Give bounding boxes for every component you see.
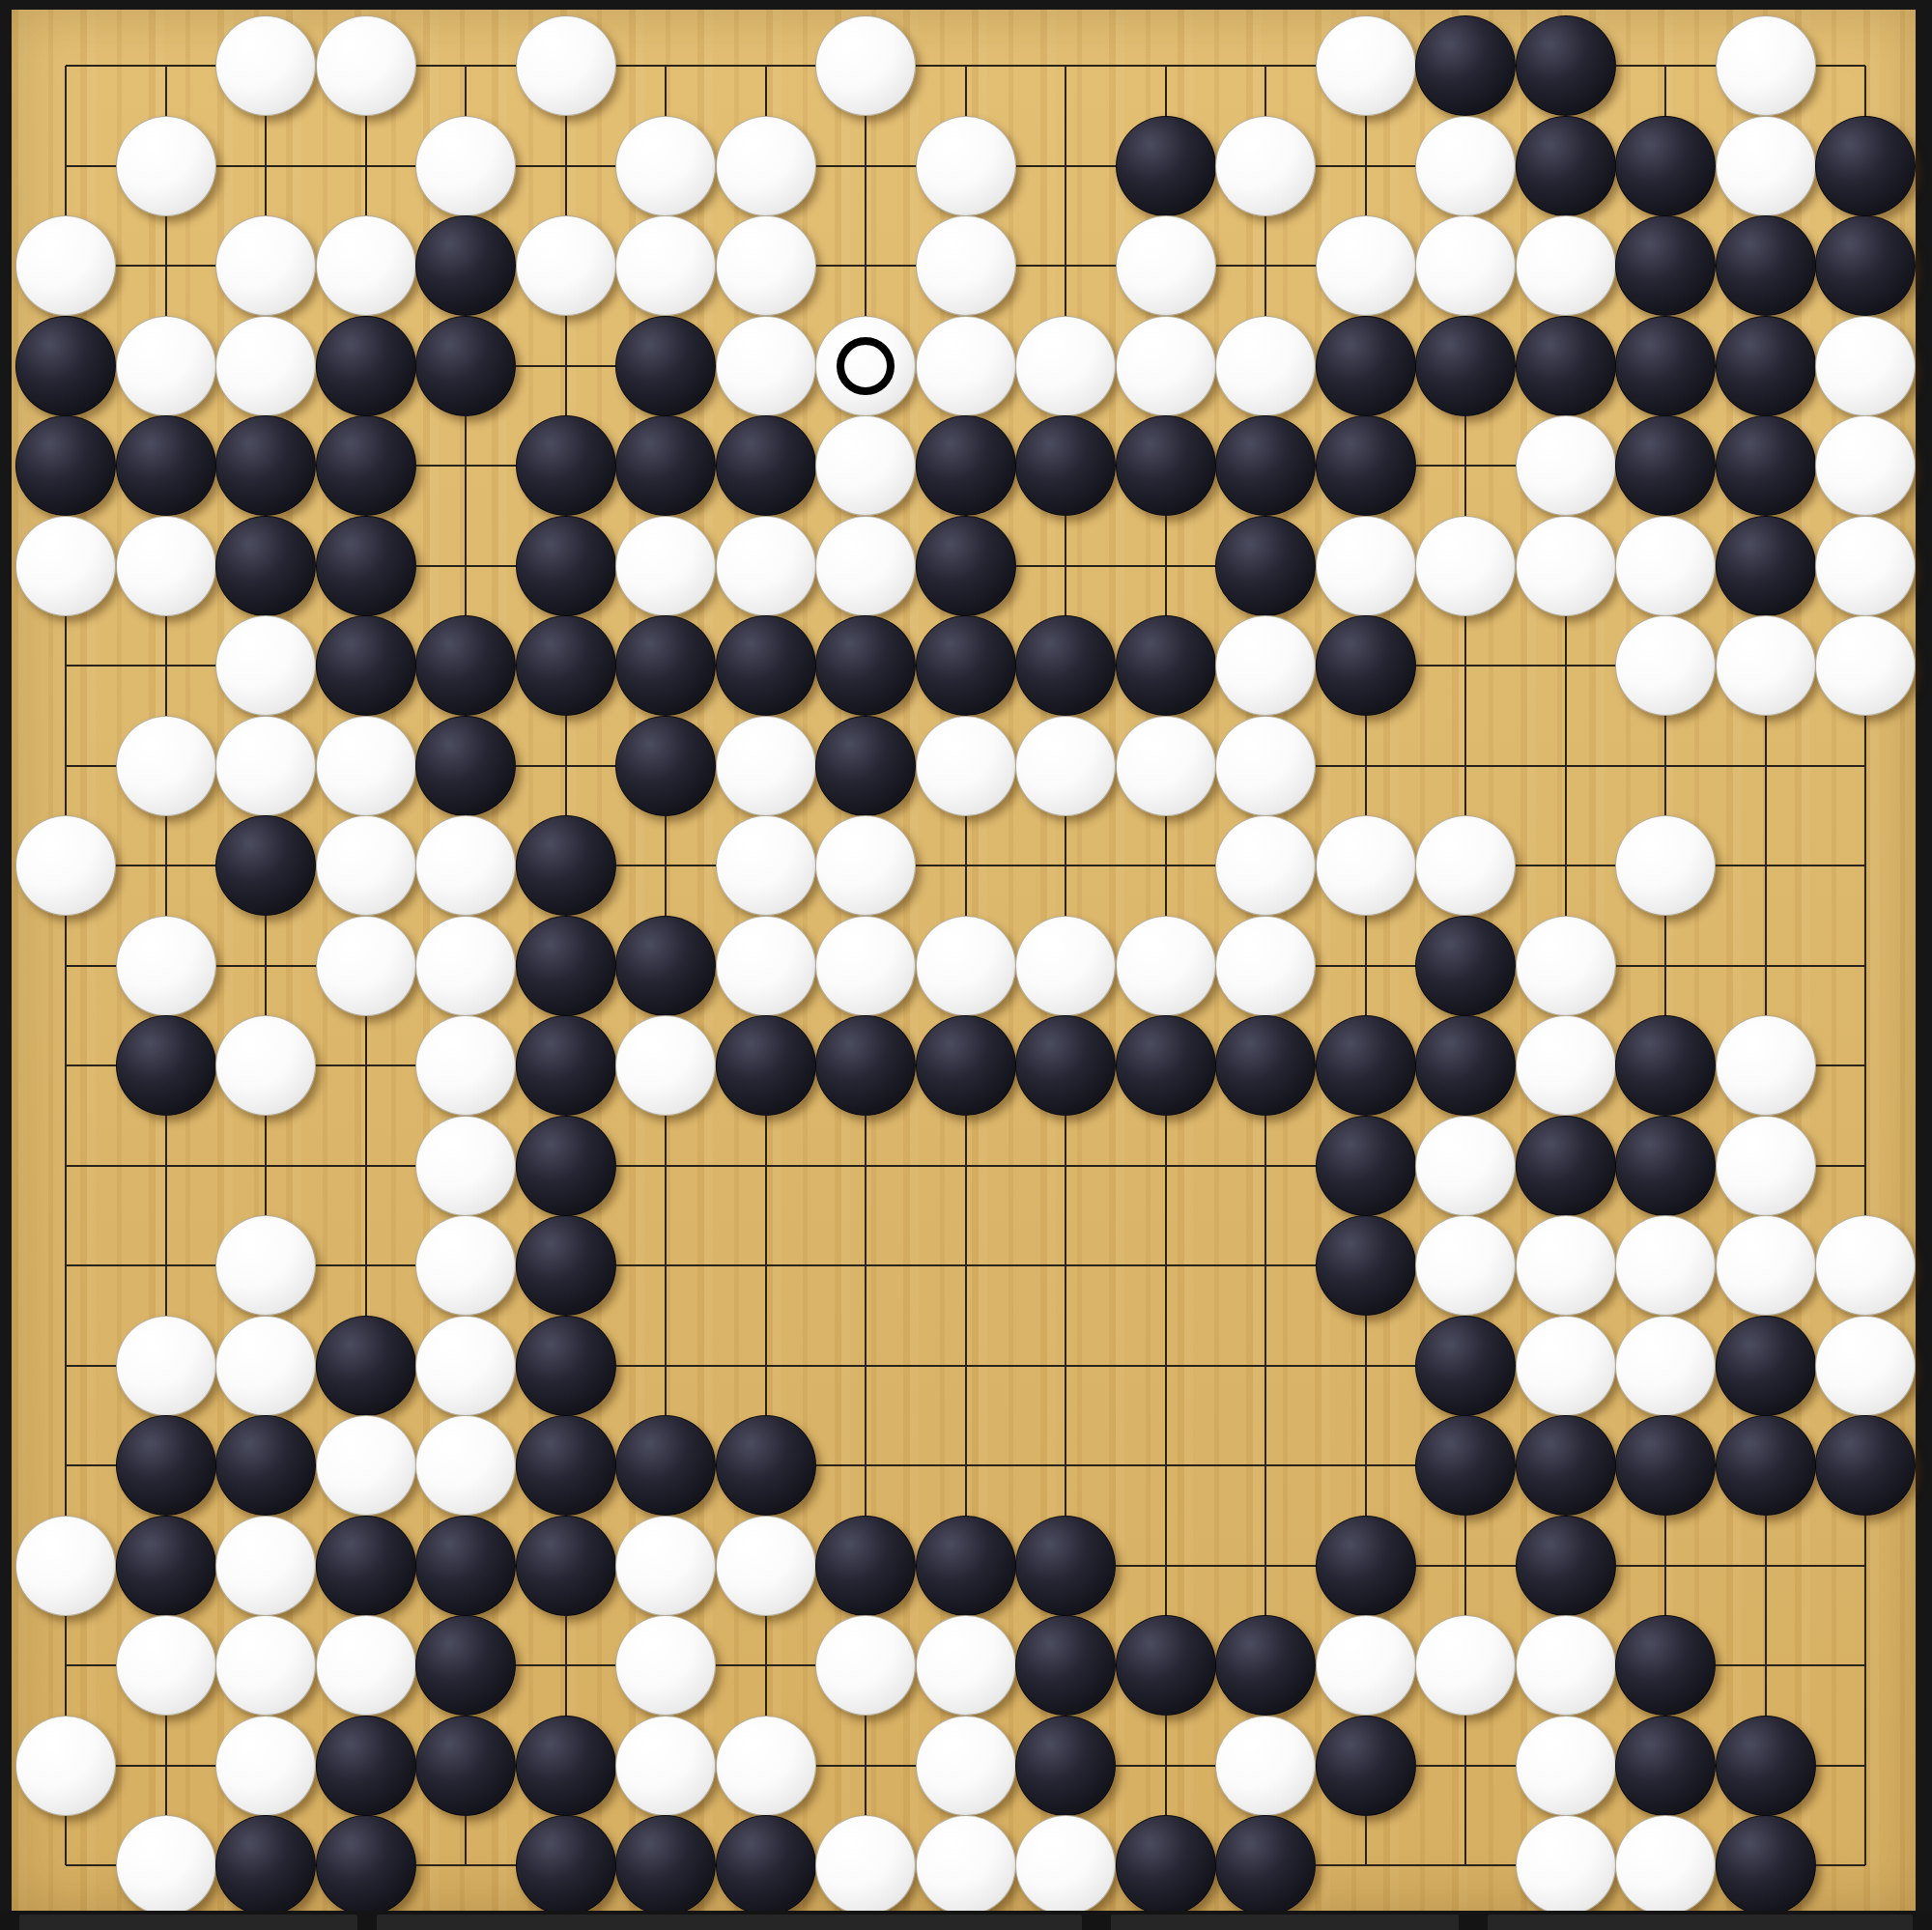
white-stone	[716, 116, 816, 216]
toolbar-segment	[19, 1915, 357, 1930]
white-stone	[716, 215, 816, 316]
black-stone	[516, 1815, 616, 1916]
black-stone	[516, 516, 616, 616]
black-stone	[1415, 916, 1516, 1016]
white-stone	[815, 1615, 916, 1716]
black-stone	[516, 1015, 616, 1116]
white-stone	[615, 1516, 716, 1616]
white-stone	[1716, 15, 1816, 116]
white-stone	[316, 916, 416, 1016]
white-stone	[415, 815, 516, 916]
white-stone	[116, 1316, 216, 1416]
black-stone	[1815, 1415, 1916, 1516]
white-stone	[1116, 916, 1216, 1016]
black-stone	[1615, 215, 1716, 316]
white-stone	[1516, 1615, 1616, 1716]
black-stone	[615, 615, 716, 716]
black-stone	[516, 1716, 616, 1816]
black-stone	[1615, 1716, 1716, 1816]
black-stone	[116, 1415, 216, 1516]
black-stone	[716, 1015, 816, 1116]
white-stone	[1215, 916, 1316, 1016]
black-stone	[316, 516, 416, 616]
white-stone	[815, 1815, 916, 1916]
white-stone	[1716, 1215, 1816, 1316]
black-stone	[1015, 1716, 1116, 1816]
black-stone	[1615, 1415, 1716, 1516]
white-stone	[1215, 815, 1316, 916]
white-stone	[215, 716, 316, 816]
white-stone	[916, 116, 1016, 216]
white-stone	[1215, 716, 1316, 816]
white-stone	[1815, 316, 1916, 416]
white-stone	[1116, 716, 1216, 816]
white-stone	[316, 716, 416, 816]
black-stone	[316, 1516, 416, 1616]
black-stone	[716, 1415, 816, 1516]
black-stone	[1415, 1015, 1516, 1116]
black-stone	[1116, 1815, 1216, 1916]
white-stone	[815, 316, 916, 416]
black-stone	[516, 615, 616, 716]
white-stone	[1215, 615, 1316, 716]
white-stone	[1615, 516, 1716, 616]
black-stone	[1116, 615, 1216, 716]
white-stone	[1815, 1316, 1916, 1416]
white-stone	[1615, 1815, 1716, 1916]
black-stone	[116, 1516, 216, 1616]
black-stone	[15, 415, 116, 516]
black-stone	[1215, 1015, 1316, 1116]
white-stone	[116, 316, 216, 416]
white-stone	[1316, 215, 1416, 316]
white-stone	[215, 215, 316, 316]
white-stone	[1615, 1316, 1716, 1416]
white-stone	[516, 15, 616, 116]
black-stone	[615, 1415, 716, 1516]
black-stone	[1516, 1415, 1616, 1516]
black-stone	[1015, 1015, 1116, 1116]
white-stone	[1516, 1716, 1616, 1816]
white-stone	[815, 916, 916, 1016]
black-stone	[1415, 316, 1516, 416]
black-stone	[1516, 15, 1616, 116]
white-stone	[615, 215, 716, 316]
black-stone	[815, 1015, 916, 1116]
black-stone	[916, 415, 1016, 516]
white-stone	[815, 15, 916, 116]
black-stone	[1615, 1116, 1716, 1216]
black-stone	[615, 415, 716, 516]
black-stone	[415, 1716, 516, 1816]
white-stone	[1415, 116, 1516, 216]
white-stone	[215, 615, 316, 716]
black-stone	[1316, 316, 1416, 416]
white-stone	[1316, 815, 1416, 916]
white-stone	[215, 1316, 316, 1416]
white-stone	[415, 916, 516, 1016]
white-stone	[916, 1815, 1016, 1916]
black-stone	[516, 1516, 616, 1616]
black-stone	[916, 615, 1016, 716]
white-stone	[1516, 215, 1616, 316]
white-stone	[1516, 1316, 1616, 1416]
white-stone	[116, 716, 216, 816]
white-stone	[1015, 1815, 1116, 1916]
white-stone	[316, 15, 416, 116]
black-stone	[716, 415, 816, 516]
white-stone	[1015, 716, 1116, 816]
goban[interactable]	[12, 10, 1916, 1911]
black-stone	[815, 615, 916, 716]
black-stone	[316, 1316, 416, 1416]
white-stone	[615, 1615, 716, 1716]
black-stone	[916, 516, 1016, 616]
black-stone	[1716, 1415, 1816, 1516]
white-stone	[1615, 615, 1716, 716]
white-stone	[116, 916, 216, 1016]
white-stone	[916, 916, 1016, 1016]
white-stone	[1516, 916, 1616, 1016]
black-stone	[1316, 1015, 1416, 1116]
black-stone	[1516, 1516, 1616, 1616]
white-stone	[1015, 316, 1116, 416]
white-stone	[1815, 615, 1916, 716]
white-stone	[1415, 1215, 1516, 1316]
black-stone	[615, 916, 716, 1016]
black-stone	[1215, 1615, 1316, 1716]
black-stone	[415, 716, 516, 816]
black-stone	[1316, 1116, 1416, 1216]
go-board-app	[0, 0, 1932, 1930]
white-stone	[1215, 316, 1316, 416]
white-stone	[415, 1316, 516, 1416]
white-stone	[1316, 516, 1416, 616]
black-stone	[516, 415, 616, 516]
white-stone	[1615, 815, 1716, 916]
black-stone	[615, 1815, 716, 1916]
white-stone	[1316, 15, 1416, 116]
white-stone	[916, 1716, 1016, 1816]
white-stone	[815, 415, 916, 516]
black-stone	[516, 916, 616, 1016]
black-stone	[1415, 1415, 1516, 1516]
white-stone	[1415, 1615, 1516, 1716]
white-stone	[716, 316, 816, 416]
white-stone	[215, 1716, 316, 1816]
black-stone	[316, 1716, 416, 1816]
white-stone	[1415, 1116, 1516, 1216]
white-stone	[716, 1716, 816, 1816]
black-stone	[1215, 1815, 1316, 1916]
black-stone	[215, 516, 316, 616]
white-stone	[1116, 215, 1216, 316]
white-stone	[916, 316, 1016, 416]
toolbar-segment	[377, 1915, 1082, 1930]
white-stone	[1516, 415, 1616, 516]
black-stone	[1615, 1015, 1716, 1116]
black-stone	[1215, 415, 1316, 516]
black-stone	[1116, 415, 1216, 516]
black-stone	[1716, 1716, 1816, 1816]
black-stone	[316, 415, 416, 516]
black-stone	[716, 615, 816, 716]
white-stone	[516, 215, 616, 316]
black-stone	[1615, 316, 1716, 416]
white-stone	[215, 15, 316, 116]
toolbar-segment	[1488, 1915, 1913, 1930]
white-stone	[1516, 1815, 1616, 1916]
white-stone	[1415, 215, 1516, 316]
white-stone	[215, 1516, 316, 1616]
black-stone	[415, 615, 516, 716]
white-stone	[1716, 1015, 1816, 1116]
white-stone	[15, 516, 116, 616]
white-stone	[615, 1015, 716, 1116]
white-stone	[916, 215, 1016, 316]
black-stone	[1015, 1516, 1116, 1616]
white-stone	[716, 516, 816, 616]
white-stone	[316, 215, 416, 316]
black-stone	[1015, 415, 1116, 516]
white-stone	[716, 916, 816, 1016]
last-move-marker	[837, 337, 895, 395]
white-stone	[716, 716, 816, 816]
black-stone	[1215, 516, 1316, 616]
white-stone	[116, 116, 216, 216]
white-stone	[415, 1015, 516, 1116]
white-stone	[1516, 1015, 1616, 1116]
white-stone	[1415, 815, 1516, 916]
white-stone	[215, 1015, 316, 1116]
white-stone	[1516, 1215, 1616, 1316]
black-stone	[516, 1116, 616, 1216]
white-stone	[116, 1815, 216, 1916]
black-stone	[415, 1615, 516, 1716]
white-stone	[1516, 516, 1616, 616]
black-stone	[516, 1415, 616, 1516]
white-stone	[415, 116, 516, 216]
black-stone	[1516, 116, 1616, 216]
black-stone	[1015, 1615, 1116, 1716]
black-stone	[815, 716, 916, 816]
black-stone	[615, 716, 716, 816]
white-stone	[916, 1615, 1016, 1716]
black-stone	[1316, 1215, 1416, 1316]
white-stone	[1815, 1215, 1916, 1316]
black-stone	[1415, 1316, 1516, 1416]
black-stone	[316, 316, 416, 416]
white-stone	[15, 815, 116, 916]
black-stone	[415, 215, 516, 316]
white-stone	[1615, 1215, 1716, 1316]
black-stone	[215, 1815, 316, 1916]
black-stone	[716, 1815, 816, 1916]
white-stone	[1015, 916, 1116, 1016]
black-stone	[516, 815, 616, 916]
black-stone	[516, 1316, 616, 1416]
black-stone	[1615, 116, 1716, 216]
white-stone	[615, 116, 716, 216]
black-stone	[1716, 516, 1816, 616]
black-stone	[1116, 1615, 1216, 1716]
white-stone	[116, 516, 216, 616]
black-stone	[1316, 615, 1416, 716]
toolbar-segment	[1111, 1915, 1459, 1930]
bottom-toolbar	[0, 1911, 1932, 1930]
white-stone	[15, 1516, 116, 1616]
white-stone	[615, 516, 716, 616]
white-stone	[1415, 516, 1516, 616]
black-stone	[215, 1415, 316, 1516]
white-stone	[415, 1415, 516, 1516]
white-stone	[316, 1415, 416, 1516]
white-stone	[316, 1615, 416, 1716]
black-stone	[1716, 316, 1816, 416]
black-stone	[316, 615, 416, 716]
black-stone	[1116, 116, 1216, 216]
white-stone	[415, 1116, 516, 1216]
black-stone	[615, 316, 716, 416]
white-stone	[215, 316, 316, 416]
white-stone	[1716, 1116, 1816, 1216]
black-stone	[815, 1516, 916, 1616]
white-stone	[716, 815, 816, 916]
white-stone	[1215, 1716, 1316, 1816]
white-stone	[1215, 116, 1316, 216]
white-stone	[1116, 316, 1216, 416]
black-stone	[1716, 1815, 1816, 1916]
black-stone	[1815, 116, 1916, 216]
black-stone	[15, 316, 116, 416]
black-stone	[415, 316, 516, 416]
white-stone	[415, 1215, 516, 1316]
white-stone	[815, 815, 916, 916]
black-stone	[1615, 415, 1716, 516]
black-stone	[215, 815, 316, 916]
black-stone	[1316, 1516, 1416, 1616]
black-stone	[1716, 215, 1816, 316]
black-stone	[1615, 1615, 1716, 1716]
white-stone	[316, 815, 416, 916]
black-stone	[1516, 1116, 1616, 1216]
black-stone	[116, 1015, 216, 1116]
white-stone	[15, 1716, 116, 1816]
white-stone	[116, 1615, 216, 1716]
black-stone	[415, 1516, 516, 1616]
white-stone	[15, 215, 116, 316]
white-stone	[215, 1215, 316, 1316]
black-stone	[916, 1015, 1016, 1116]
white-stone	[815, 516, 916, 616]
white-stone	[215, 1615, 316, 1716]
black-stone	[1116, 1015, 1216, 1116]
black-stone	[1316, 415, 1416, 516]
white-stone	[1716, 615, 1816, 716]
black-stone	[1415, 15, 1516, 116]
black-stone	[1015, 615, 1116, 716]
black-stone	[1716, 1316, 1816, 1416]
black-stone	[116, 415, 216, 516]
black-stone	[215, 415, 316, 516]
white-stone	[716, 1516, 816, 1616]
black-stone	[316, 1815, 416, 1916]
white-stone	[916, 716, 1016, 816]
black-stone	[1516, 316, 1616, 416]
white-stone	[1716, 116, 1816, 216]
black-stone	[1815, 215, 1916, 316]
white-stone	[1815, 415, 1916, 516]
white-stone	[615, 1716, 716, 1816]
black-stone	[916, 1516, 1016, 1616]
black-stone	[1716, 415, 1816, 516]
black-stone	[516, 1215, 616, 1316]
white-stone	[1316, 1615, 1416, 1716]
white-stone	[1815, 516, 1916, 616]
black-stone	[1316, 1716, 1416, 1816]
